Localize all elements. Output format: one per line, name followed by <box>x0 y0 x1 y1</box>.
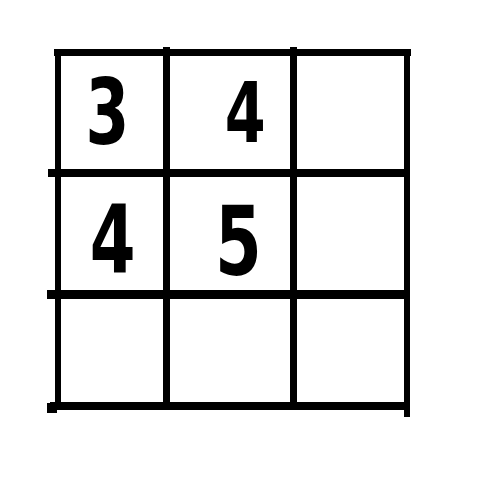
cell-r2-c2[interactable] <box>297 299 404 402</box>
cell-r2-c0[interactable] <box>61 299 163 402</box>
grid-line-horizontal-mid1 <box>48 169 410 177</box>
cell-r1-c2[interactable] <box>297 177 404 290</box>
grid-line-horizontal-top <box>54 49 411 56</box>
grid-corner-nub-bottom-left <box>47 403 57 413</box>
cell-r2-c1[interactable] <box>170 299 290 402</box>
cell-value: 3 <box>85 68 129 158</box>
cell-r0-c0[interactable]: 3 <box>61 56 163 169</box>
cell-r0-c1[interactable]: 4 <box>170 56 290 169</box>
grid-line-horizontal-bottom <box>50 402 410 410</box>
grid-line-vertical-mid1 <box>163 47 170 410</box>
cell-value: 5 <box>215 194 262 290</box>
puzzle-board: 3 4 4 5 <box>0 0 480 480</box>
cell-r0-c2[interactable] <box>297 56 404 169</box>
cell-r1-c0[interactable]: 4 <box>61 177 163 290</box>
cell-value: 4 <box>90 194 136 288</box>
grid-line-vertical-mid2 <box>290 47 297 410</box>
cell-r1-c1[interactable]: 5 <box>170 177 290 290</box>
cell-value: 4 <box>225 71 266 155</box>
grid-line-vertical-right <box>404 49 410 417</box>
